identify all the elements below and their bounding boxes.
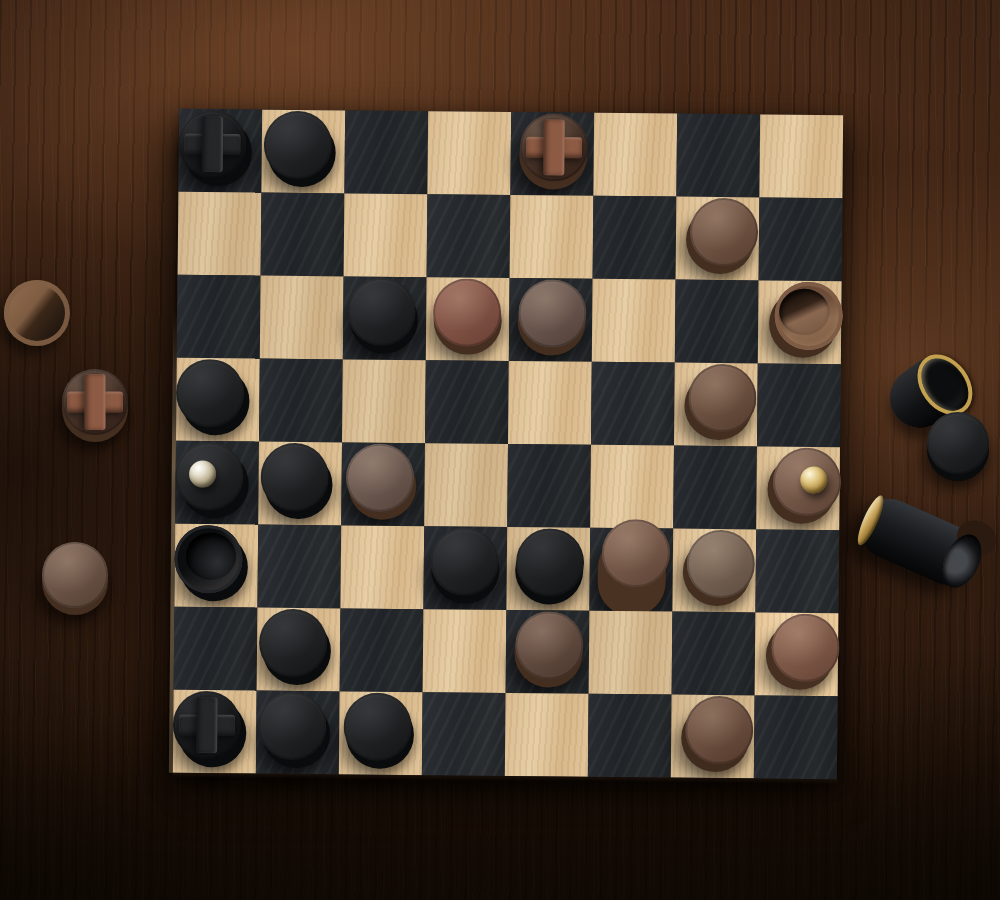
square-d7[interactable] <box>427 194 511 278</box>
square-g5[interactable] <box>674 363 758 447</box>
off-board-black-disc[interactable] <box>927 417 989 479</box>
square-b5[interactable] <box>259 359 343 443</box>
piece-walnut-cross-king[interactable] <box>510 112 594 196</box>
piece-top-face <box>927 412 989 474</box>
piece-top-face <box>260 442 329 511</box>
piece-black-disc[interactable] <box>256 691 340 775</box>
square-a2[interactable] <box>174 607 258 691</box>
square-e4[interactable] <box>507 444 591 528</box>
square-c8[interactable] <box>344 110 428 194</box>
square-h4[interactable] <box>756 446 840 530</box>
off-board-walnut-cross-king[interactable] <box>62 374 128 440</box>
piece-walnut-disc[interactable] <box>42 547 108 613</box>
square-h3[interactable] <box>755 529 839 613</box>
piece-top-face <box>689 197 758 266</box>
piece-top-face <box>432 278 501 347</box>
piece-black-disc[interactable] <box>176 358 260 442</box>
square-b8[interactable] <box>261 110 345 194</box>
square-e5[interactable] <box>508 361 592 445</box>
piece-top-face <box>686 529 755 598</box>
piece-top-face <box>343 692 412 761</box>
square-b7[interactable] <box>261 193 345 277</box>
square-c7[interactable] <box>344 193 428 277</box>
square-f7[interactable] <box>593 196 677 280</box>
square-f6[interactable] <box>592 279 676 363</box>
cross-topper <box>172 690 241 759</box>
square-e1[interactable] <box>505 693 589 777</box>
ball-topper <box>800 466 827 493</box>
square-a7[interactable] <box>178 192 262 276</box>
piece-black-disc[interactable] <box>506 527 590 611</box>
square-c1[interactable] <box>339 691 423 775</box>
ball-topper <box>188 460 215 487</box>
piece-top-face <box>257 691 326 760</box>
piece-walnut-disc[interactable] <box>672 529 756 613</box>
square-e3[interactable] <box>506 527 590 611</box>
cross-topper <box>519 113 588 182</box>
square-d3[interactable] <box>423 526 507 610</box>
square-a1[interactable] <box>173 690 257 774</box>
piece-walnut-disc[interactable] <box>506 610 590 694</box>
square-a3[interactable] <box>174 524 258 608</box>
square-f3[interactable] <box>589 528 673 612</box>
piece-walnut-disc[interactable] <box>674 363 758 447</box>
piece-top-face <box>430 527 499 596</box>
piece-walnut-disc[interactable] <box>755 612 839 696</box>
square-a8[interactable] <box>178 109 262 193</box>
piece-walnut-cut-tube[interactable] <box>758 280 842 364</box>
square-b1[interactable] <box>256 691 340 775</box>
off-board-black-cut-tube[interactable] <box>851 490 987 594</box>
piece-walnut-tall-cylinder[interactable] <box>589 528 673 612</box>
square-b4[interactable] <box>258 442 342 526</box>
piece-walnut-ball-piece[interactable] <box>756 446 840 530</box>
square-g3[interactable] <box>672 529 756 613</box>
square-e6[interactable] <box>509 278 593 362</box>
square-h8[interactable] <box>759 114 843 198</box>
piece-top-face <box>688 363 757 432</box>
piece-walnut-cross-king[interactable] <box>62 374 128 440</box>
square-c2[interactable] <box>340 608 424 692</box>
piece-black-disc[interactable] <box>927 417 989 479</box>
square-h1[interactable] <box>754 695 838 779</box>
square-h5[interactable] <box>757 363 841 447</box>
square-g7[interactable] <box>676 197 760 281</box>
cross-topper <box>62 369 128 435</box>
square-f4[interactable] <box>590 445 674 529</box>
cross-topper <box>178 109 247 178</box>
piece-top-face <box>518 279 587 348</box>
piece-top-face <box>515 528 584 597</box>
square-g4[interactable] <box>673 446 757 530</box>
piece-black-cross-king[interactable] <box>178 109 262 193</box>
square-c3[interactable] <box>340 525 424 609</box>
tube-hollow <box>779 288 829 334</box>
piece-black-disc[interactable] <box>343 276 427 360</box>
piece-top-face <box>175 358 244 427</box>
piece-walnut-disc[interactable] <box>426 277 510 361</box>
piece-walnut-disc[interactable] <box>671 695 755 779</box>
square-g6[interactable] <box>675 280 759 364</box>
piece-black-disc[interactable] <box>258 442 342 526</box>
game-board <box>173 109 843 779</box>
piece-top-face <box>684 695 753 764</box>
piece-black-disc[interactable] <box>339 691 423 775</box>
square-f8[interactable] <box>593 113 677 197</box>
square-c5[interactable] <box>342 359 426 443</box>
piece-top-face <box>347 277 416 346</box>
piece-walnut-disc[interactable] <box>341 442 425 526</box>
piece-top-face <box>263 110 332 179</box>
square-e7[interactable] <box>510 195 594 279</box>
tube-hollow <box>185 532 235 579</box>
square-d8[interactable] <box>427 111 511 195</box>
tube-cut-face <box>4 280 70 346</box>
piece-top-face <box>42 542 108 608</box>
piece-black-disc[interactable] <box>261 110 345 194</box>
square-b6[interactable] <box>260 276 344 360</box>
square-g1[interactable] <box>671 695 755 779</box>
piece-black-ball-piece[interactable] <box>175 441 259 525</box>
table-surface <box>0 0 1000 900</box>
square-g2[interactable] <box>672 612 756 696</box>
square-e8[interactable] <box>510 112 594 196</box>
off-board-walnut-cut-tube[interactable] <box>4 280 70 346</box>
square-f1[interactable] <box>588 694 672 778</box>
piece-walnut-disc[interactable] <box>509 278 593 362</box>
square-c6[interactable] <box>343 276 427 360</box>
piece-top-face <box>771 613 840 682</box>
square-g8[interactable] <box>676 114 760 198</box>
square-a5[interactable] <box>176 358 260 442</box>
piece-black-disc[interactable] <box>423 526 507 610</box>
square-f5[interactable] <box>591 362 675 446</box>
square-d4[interactable] <box>424 443 508 527</box>
square-h7[interactable] <box>759 197 843 281</box>
square-d1[interactable] <box>422 692 506 776</box>
square-e2[interactable] <box>506 610 590 694</box>
piece-top-face <box>601 518 670 587</box>
off-board-walnut-disc[interactable] <box>42 547 108 613</box>
square-d2[interactable] <box>423 609 507 693</box>
piece-black-disc[interactable] <box>257 608 341 692</box>
square-a4[interactable] <box>175 441 259 525</box>
piece-walnut-disc[interactable] <box>676 197 760 281</box>
square-c4[interactable] <box>341 442 425 526</box>
square-b2[interactable] <box>257 608 341 692</box>
piece-top-face <box>258 608 327 677</box>
square-a6[interactable] <box>177 275 261 359</box>
square-h2[interactable] <box>755 612 839 696</box>
piece-top-face <box>514 611 583 680</box>
piece-black-cross-king[interactable] <box>173 690 257 774</box>
square-b3[interactable] <box>257 525 341 609</box>
piece-top-face <box>345 443 414 512</box>
piece-black-cut-tube[interactable] <box>174 524 258 608</box>
square-d6[interactable] <box>426 277 510 361</box>
square-h6[interactable] <box>758 280 842 364</box>
square-f2[interactable] <box>589 611 673 695</box>
square-d5[interactable] <box>425 360 509 444</box>
